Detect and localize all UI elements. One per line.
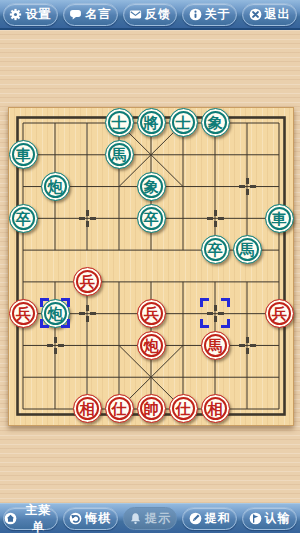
point-marker — [79, 210, 96, 227]
board-point[interactable]: 卒 — [135, 202, 167, 234]
board-point[interactable]: 將 — [135, 107, 167, 139]
button-label: 主菜单 — [20, 502, 57, 533]
button-home[interactable]: 主菜单 — [3, 507, 58, 530]
piece-black-炮[interactable]: 炮 — [41, 172, 70, 201]
board-point[interactable]: 炮 — [135, 329, 167, 361]
piece-black-士[interactable]: 士 — [105, 108, 134, 137]
flag-icon — [249, 512, 262, 525]
mail-icon — [129, 8, 142, 21]
piece-black-卒[interactable]: 卒 — [201, 235, 230, 264]
board-point[interactable]: 卒 — [7, 202, 39, 234]
button-mail[interactable]: 反馈 — [123, 3, 178, 26]
board-point[interactable]: 仕 — [167, 393, 199, 425]
point-marker — [239, 178, 256, 195]
board-point[interactable]: 士 — [103, 107, 135, 139]
piece-black-象[interactable]: 象 — [201, 108, 230, 137]
button-flag[interactable]: 认输 — [242, 507, 297, 530]
board-point[interactable] — [231, 171, 263, 203]
piece-black-士[interactable]: 士 — [169, 108, 198, 137]
board-point[interactable] — [199, 202, 231, 234]
button-label: 提和 — [205, 510, 231, 527]
board-point[interactable]: 炮 — [39, 171, 71, 203]
button-pencil[interactable]: 提和 — [182, 507, 237, 530]
speech-icon — [69, 8, 82, 21]
close-icon — [249, 8, 262, 21]
piece-red-馬[interactable]: 馬 — [201, 331, 230, 360]
pencil-icon — [189, 512, 202, 525]
board-point[interactable] — [71, 298, 103, 330]
home-icon — [4, 512, 17, 525]
gear-icon — [9, 8, 22, 21]
button-label: 关于 — [205, 6, 231, 23]
move-highlight — [40, 298, 70, 328]
piece-red-仕[interactable]: 仕 — [169, 394, 198, 423]
piece-black-馬[interactable]: 馬 — [105, 140, 134, 169]
board-panel[interactable]: 士將士象車馬炮象卒卒車卒馬炮兵兵兵兵炮馬相仕帥仕相 — [8, 107, 294, 426]
piece-red-仕[interactable]: 仕 — [105, 394, 134, 423]
board-point[interactable]: 兵 — [71, 266, 103, 298]
piece-black-車[interactable]: 車 — [9, 140, 38, 169]
bottom-toolbar: 主菜单悔棋提示提和认输 — [0, 503, 300, 533]
button-label: 提示 — [145, 510, 171, 527]
piece-red-兵[interactable]: 兵 — [137, 299, 166, 328]
point-marker — [207, 210, 224, 227]
button-label: 名言 — [85, 6, 111, 23]
button-bell: 提示 — [123, 507, 178, 530]
point-marker — [239, 337, 256, 354]
board-point[interactable]: 車 — [263, 202, 295, 234]
board-point[interactable] — [39, 298, 71, 330]
piece-red-兵[interactable]: 兵 — [265, 299, 294, 328]
board-point[interactable]: 象 — [135, 171, 167, 203]
piece-black-車[interactable]: 車 — [265, 204, 294, 233]
button-speech[interactable]: 名言 — [63, 3, 118, 26]
piece-black-象[interactable]: 象 — [137, 172, 166, 201]
bell-icon — [129, 512, 142, 525]
button-label: 设置 — [25, 6, 51, 23]
board-area: 士將士象車馬炮象卒卒車卒馬炮兵兵兵兵炮馬相仕帥仕相 — [0, 30, 300, 503]
button-info[interactable]: 关于 — [182, 3, 237, 26]
piece-red-兵[interactable]: 兵 — [9, 299, 38, 328]
board-point[interactable]: 仕 — [103, 393, 135, 425]
info-icon — [189, 8, 202, 21]
board-point[interactable]: 兵 — [7, 298, 39, 330]
piece-red-相[interactable]: 相 — [201, 394, 230, 423]
board-point[interactable]: 相 — [199, 393, 231, 425]
board-point[interactable] — [199, 298, 231, 330]
piece-black-卒[interactable]: 卒 — [137, 204, 166, 233]
piece-black-將[interactable]: 將 — [137, 108, 166, 137]
app-window: 设置名言反馈关于退出 士將士象車馬炮象卒卒車卒馬炮兵兵兵兵炮馬相仕帥仕相 主菜单… — [0, 0, 300, 533]
board-point[interactable]: 馬 — [103, 139, 135, 171]
piece-red-炮[interactable]: 炮 — [137, 331, 166, 360]
board-point[interactable] — [231, 329, 263, 361]
button-undo[interactable]: 悔棋 — [63, 507, 118, 530]
piece-red-帥[interactable]: 帥 — [137, 394, 166, 423]
move-highlight — [200, 298, 230, 328]
board-point[interactable]: 馬 — [199, 329, 231, 361]
button-gear[interactable]: 设置 — [3, 3, 58, 26]
board-point[interactable]: 馬 — [231, 234, 263, 266]
board-point[interactable]: 帥 — [135, 393, 167, 425]
board-point[interactable]: 卒 — [199, 234, 231, 266]
button-label: 认输 — [265, 510, 291, 527]
point-marker — [79, 305, 96, 322]
undo-icon — [69, 512, 82, 525]
board-point[interactable]: 相 — [71, 393, 103, 425]
board-point[interactable]: 士 — [167, 107, 199, 139]
button-label: 反馈 — [145, 6, 171, 23]
button-label: 悔棋 — [85, 510, 111, 527]
button-close[interactable]: 退出 — [242, 3, 297, 26]
piece-black-馬[interactable]: 馬 — [233, 235, 262, 264]
point-marker — [47, 337, 64, 354]
board-point[interactable]: 兵 — [135, 298, 167, 330]
board-point[interactable] — [71, 202, 103, 234]
board-point[interactable]: 兵 — [263, 298, 295, 330]
board-point[interactable] — [39, 329, 71, 361]
board-points[interactable]: 士將士象車馬炮象卒卒車卒馬炮兵兵兵兵炮馬相仕帥仕相 — [7, 107, 295, 425]
piece-red-兵[interactable]: 兵 — [73, 267, 102, 296]
piece-black-卒[interactable]: 卒 — [9, 204, 38, 233]
piece-red-相[interactable]: 相 — [73, 394, 102, 423]
top-toolbar: 设置名言反馈关于退出 — [0, 0, 300, 30]
board-point[interactable]: 象 — [199, 107, 231, 139]
board-point[interactable]: 車 — [7, 139, 39, 171]
button-label: 退出 — [265, 6, 291, 23]
